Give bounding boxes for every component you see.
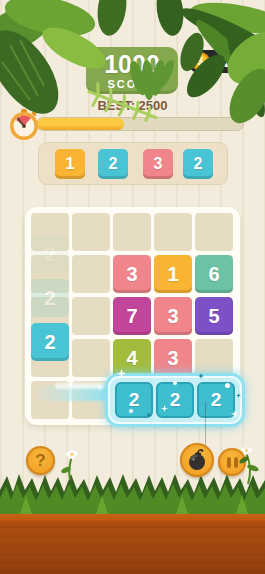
board-tile: 3 (154, 297, 192, 335)
flower-decoration (56, 450, 82, 482)
placing-tile: 2 (156, 382, 194, 418)
placing-tile: 2 (115, 382, 153, 418)
pause-icon (234, 457, 238, 468)
sparkle-dot (129, 409, 133, 413)
bomb-string (205, 402, 206, 446)
tray-tile[interactable]: 2 (98, 149, 128, 179)
pause-icon (227, 457, 231, 468)
level-progress-bar (36, 117, 244, 131)
board-tile: 3 (113, 255, 151, 293)
board-tile: 3 (154, 339, 192, 377)
board-cell[interactable] (72, 255, 110, 293)
board-tile: 1 (154, 255, 192, 293)
score-panel: 1000 SCORE (86, 47, 178, 94)
coin-counter[interactable]: $ 200 (188, 50, 256, 73)
board-tile: 6 (195, 255, 233, 293)
game-board: 3 1 6 7 3 5 4 3 2 2 2 2 2 2 (25, 207, 240, 425)
next-tiles-tray: 1 2 3 2 (38, 142, 228, 185)
help-button[interactable]: ? (26, 446, 55, 475)
bomb-icon (185, 448, 209, 472)
falling-tile-ghost: 2 (31, 279, 69, 317)
board-cell[interactable] (72, 297, 110, 335)
sparkle-dot (225, 383, 230, 388)
bomb-powerup-button[interactable] (180, 443, 214, 477)
coin-amount: 200 (224, 54, 247, 70)
board-tile: 7 (113, 297, 151, 335)
stopwatch-gauge-icon (7, 108, 41, 142)
coin-icon: $ (191, 52, 210, 71)
board-cell[interactable] (72, 213, 110, 251)
slide-motion-streak (55, 383, 105, 389)
board-cell[interactable] (195, 213, 233, 251)
tray-tile[interactable]: 1 (55, 149, 85, 179)
board-cell[interactable] (154, 213, 192, 251)
score-label: SCORE (107, 78, 156, 90)
tray-tile[interactable]: 2 (183, 149, 213, 179)
falling-tile-ghost: 2 (31, 235, 69, 273)
board-tile: 5 (195, 297, 233, 335)
board-cell[interactable] (113, 213, 151, 251)
tray-tile[interactable]: 3 (143, 149, 173, 179)
board-tile: 4 (113, 339, 151, 377)
question-mark-icon: ? (35, 451, 45, 471)
sparkle-dot (173, 381, 177, 385)
board-cell[interactable] (72, 339, 110, 377)
placing-tile: 2 (197, 382, 235, 418)
score-value: 1000 (104, 52, 160, 77)
progress-fill (37, 118, 124, 130)
flower-decoration (238, 446, 264, 486)
game-screen: { "game": "number-merge-block-puzzle", "… (0, 0, 265, 574)
dirt-floor (0, 510, 265, 574)
board-cell[interactable] (195, 339, 233, 377)
falling-tile: 2 (31, 323, 69, 361)
